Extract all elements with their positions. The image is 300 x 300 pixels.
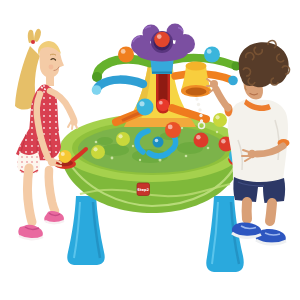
girl-face: [39, 43, 64, 78]
ball-highlight: [118, 134, 122, 138]
ball-highlight: [139, 101, 144, 106]
ball-tower-base-teal: [137, 99, 154, 116]
ball-in-scoop: [59, 150, 72, 163]
ball-water-green-1: [116, 132, 130, 146]
track-end-cap: [92, 85, 102, 95]
boy-legs: [247, 202, 272, 221]
ball-funnel-red: [154, 32, 170, 48]
ball-water-red-1: [194, 133, 209, 148]
boy-reaching-arm: [216, 89, 228, 108]
ball-highlight: [93, 147, 97, 151]
ball-chute-red: [157, 99, 169, 111]
ball-water-orange: [165, 122, 181, 138]
track-arm-left-blue: [97, 80, 144, 90]
column-base-skirt: [124, 118, 196, 127]
ball-highlight: [215, 115, 219, 119]
track-end-cap: [228, 76, 238, 86]
ball-highlight: [157, 34, 162, 39]
product-photo: Step2: [0, 0, 300, 300]
ball-highlight: [207, 49, 212, 54]
ball-highlight: [121, 49, 126, 54]
play-table: Step2: [60, 114, 247, 272]
ball-water-green-2: [91, 145, 105, 159]
hair-tie: [31, 40, 35, 44]
ball-track-orange: [118, 47, 134, 63]
ball-highlight: [196, 135, 201, 140]
ball-highlight: [168, 125, 173, 130]
boy-hair: [239, 42, 289, 87]
ball-highlight: [159, 101, 163, 105]
scene-illustration: Step2: [0, 0, 300, 300]
ball-highlight: [221, 139, 226, 144]
spinner-hub-shine: [155, 139, 159, 143]
ball-water-green-3: [213, 113, 227, 127]
brand-badge-text: Step2: [137, 188, 149, 192]
ball-track-teal: [204, 47, 220, 63]
spinner-hub: [153, 137, 164, 148]
girl-blush: [49, 65, 54, 70]
ball-highlight: [61, 152, 65, 156]
